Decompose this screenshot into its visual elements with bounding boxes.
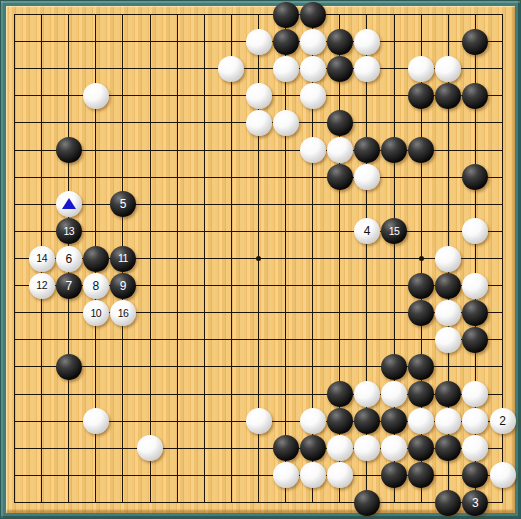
stone-white[interactable] [246,29,272,55]
stone-white[interactable] [300,137,326,163]
stone-white[interactable] [83,408,109,434]
stone-black[interactable] [381,354,407,380]
stone-black[interactable] [408,300,434,326]
stone-white[interactable]: 10 [83,300,109,326]
stone-black[interactable] [381,462,407,488]
stone-white[interactable] [273,110,299,136]
stone-white[interactable] [435,300,461,326]
stone-black[interactable] [354,137,380,163]
stone-white[interactable] [56,191,82,217]
stone-white[interactable] [327,435,353,461]
stone-white[interactable] [354,435,380,461]
stone-white[interactable] [408,56,434,82]
stone-black[interactable] [435,381,461,407]
move-number-label: 12 [36,280,47,291]
board-grid[interactable]: 5134151461112789101623 [1,1,516,516]
stone-black[interactable] [273,2,299,28]
stone-black[interactable]: 3 [462,490,488,516]
move-number-label: 3 [472,497,479,509]
stone-white[interactable] [246,110,272,136]
stone-black[interactable]: 11 [110,246,136,272]
move-number-label: 6 [65,253,72,265]
stone-white[interactable] [300,29,326,55]
stone-white[interactable] [246,408,272,434]
stone-black[interactable] [462,29,488,55]
stone-black[interactable]: 9 [110,273,136,299]
stone-black[interactable] [462,327,488,353]
stone-black[interactable]: 15 [381,218,407,244]
stone-black[interactable] [300,435,326,461]
go-diagram: 5134151461112789101623 [0,0,521,519]
stone-white[interactable] [490,462,516,488]
stone-black[interactable] [327,164,353,190]
stone-white[interactable] [435,327,461,353]
stone-black[interactable] [327,29,353,55]
stone-black[interactable] [381,408,407,434]
stone-white[interactable] [462,218,488,244]
stone-black[interactable] [462,164,488,190]
stone-black[interactable] [354,408,380,434]
star-point [419,256,424,261]
stone-white[interactable] [435,246,461,272]
stone-black[interactable] [462,83,488,109]
stone-black[interactable] [408,273,434,299]
stone-white[interactable] [327,462,353,488]
stone-black[interactable] [56,354,82,380]
stone-white[interactable]: 14 [29,246,55,272]
stone-black[interactable] [273,435,299,461]
move-number-label: 13 [63,226,74,237]
stone-white[interactable] [354,56,380,82]
star-point [256,256,261,261]
stone-black[interactable] [408,354,434,380]
stone-white[interactable] [300,408,326,434]
stone-black[interactable] [408,435,434,461]
stone-white[interactable]: 6 [56,246,82,272]
stone-white[interactable] [354,29,380,55]
triangle-marker-icon [62,198,76,209]
stone-black[interactable] [408,462,434,488]
stone-white[interactable] [462,381,488,407]
move-number-label: 5 [120,198,127,210]
stone-black[interactable] [327,381,353,407]
stone-white[interactable] [273,462,299,488]
move-number-label: 8 [93,280,100,292]
stone-black[interactable] [435,435,461,461]
stone-white[interactable] [435,56,461,82]
stone-white[interactable] [137,435,163,461]
move-number-label: 16 [118,308,129,319]
stone-black[interactable] [408,137,434,163]
stone-white[interactable] [273,56,299,82]
stone-black[interactable] [327,110,353,136]
stone-black[interactable] [56,137,82,163]
stone-black[interactable] [435,83,461,109]
stone-black[interactable] [300,2,326,28]
move-number-label: 14 [36,253,47,264]
stone-white[interactable]: 2 [490,408,516,434]
stone-white[interactable] [327,137,353,163]
stone-white[interactable] [462,408,488,434]
move-number-label: 9 [120,280,127,292]
stone-black[interactable] [273,29,299,55]
stone-white[interactable] [300,56,326,82]
move-number-label: 7 [65,280,72,292]
move-number-label: 2 [499,415,506,427]
stone-white[interactable]: 12 [29,273,55,299]
stone-white[interactable] [354,164,380,190]
stone-black[interactable] [327,56,353,82]
stone-black[interactable] [381,137,407,163]
stone-white[interactable] [381,381,407,407]
stone-black[interactable] [408,381,434,407]
stone-black[interactable] [435,490,461,516]
stone-black[interactable] [462,462,488,488]
stone-white[interactable] [83,83,109,109]
stone-white[interactable] [462,435,488,461]
stone-white[interactable] [218,56,244,82]
stone-black[interactable]: 13 [56,218,82,244]
stone-black[interactable] [327,408,353,434]
stone-black[interactable] [408,83,434,109]
stone-white[interactable] [435,408,461,434]
stone-black[interactable] [462,300,488,326]
stone-white[interactable] [300,83,326,109]
stone-black[interactable] [354,490,380,516]
stone-black[interactable]: 7 [56,273,82,299]
stone-white[interactable] [246,83,272,109]
stone-white[interactable]: 16 [110,300,136,326]
move-number-label: 11 [118,253,128,264]
stone-black[interactable]: 5 [110,191,136,217]
move-number-label: 4 [364,225,371,237]
stone-white[interactable] [300,462,326,488]
stone-black[interactable] [435,273,461,299]
stone-black[interactable] [83,246,109,272]
move-number-label: 10 [91,308,102,319]
stone-white[interactable] [354,381,380,407]
stone-white[interactable]: 8 [83,273,109,299]
stone-white[interactable] [408,408,434,434]
stone-white[interactable]: 4 [354,218,380,244]
stone-white[interactable] [381,435,407,461]
stone-white[interactable] [462,273,488,299]
move-number-label: 15 [389,226,400,237]
